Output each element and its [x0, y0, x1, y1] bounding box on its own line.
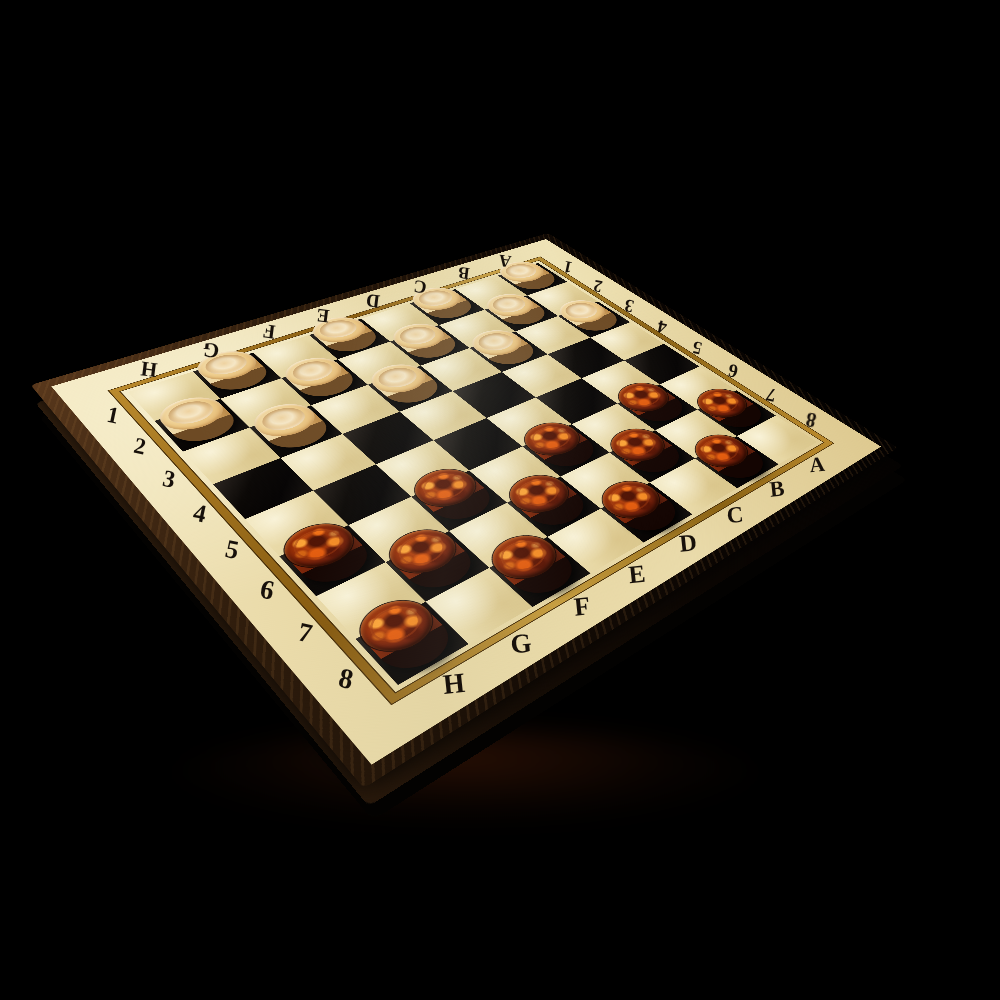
- file-label-top-D: D: [365, 291, 381, 312]
- piece-dimple: [472, 330, 519, 354]
- piece-dimple: [287, 358, 339, 385]
- piece-dimple: [487, 294, 531, 315]
- file-label-top-A: A: [498, 251, 512, 269]
- file-label-top-E: E: [315, 306, 330, 326]
- file-label-bottom-A: A: [808, 454, 825, 476]
- piece-dimple: [619, 383, 667, 410]
- file-label-bottom-C: C: [725, 503, 744, 528]
- checkers-board: [128, 263, 817, 685]
- file-label-bottom-D: D: [678, 530, 698, 556]
- file-label-top-F: F: [262, 322, 277, 343]
- file-label-bottom-B: B: [769, 477, 786, 500]
- piece-dimple: [493, 536, 554, 577]
- piece-dimple: [697, 389, 744, 416]
- file-label-bottom-F: F: [573, 593, 592, 621]
- file-label-bottom-H: H: [442, 669, 467, 699]
- piece-dimple: [510, 475, 566, 510]
- file-label-top-H: H: [140, 358, 159, 381]
- file-label-top-G: G: [202, 339, 221, 362]
- piece-dimple: [394, 324, 442, 348]
- piece-dimple: [602, 481, 657, 516]
- file-label-top-B: B: [457, 264, 470, 282]
- scene: 1234567812345678HGFEDCBAHGFEDCBA: [0, 0, 1000, 1000]
- piece-dimple: [525, 423, 577, 454]
- piece-dimple: [611, 429, 662, 460]
- piece-dimple: [256, 404, 312, 435]
- piece-dimple: [416, 469, 473, 504]
- piece-dimple: [695, 435, 745, 466]
- file-label-bottom-G: G: [509, 629, 533, 658]
- file-label-bottom-E: E: [628, 560, 647, 587]
- file-label-top-C: C: [412, 277, 427, 296]
- piece-dimple: [372, 364, 423, 391]
- piece-dimple: [560, 300, 603, 321]
